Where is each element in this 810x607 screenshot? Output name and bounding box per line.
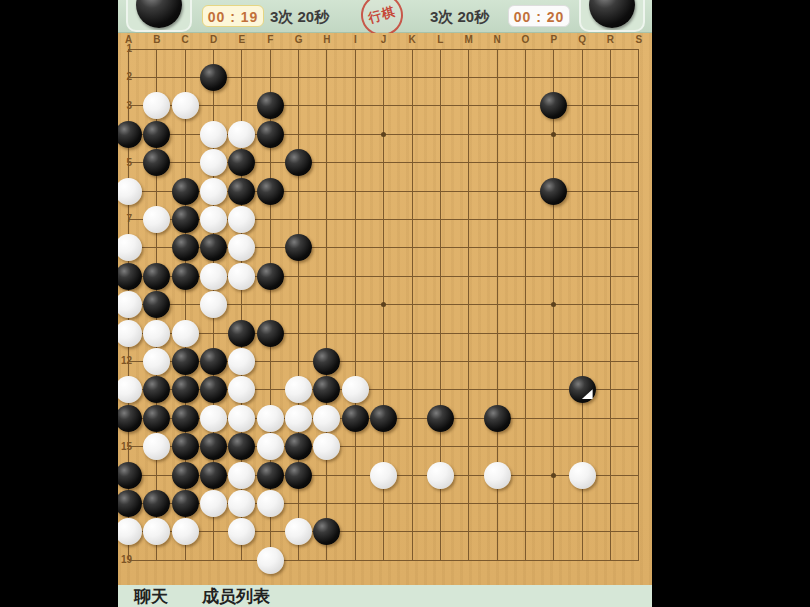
stone-black (200, 348, 227, 375)
stone-white (200, 490, 227, 517)
stone-black (285, 462, 312, 489)
column-label: C (176, 34, 194, 45)
column-label: N (488, 34, 506, 45)
row-label: 7 (119, 213, 132, 224)
stone-white (118, 518, 142, 545)
stone-black (427, 405, 454, 432)
stone-white (228, 376, 255, 403)
stone-white (313, 405, 340, 432)
left-player-avatar[interactable] (126, 0, 192, 32)
column-label: H (318, 34, 336, 45)
stone-black (285, 433, 312, 460)
stone-black (228, 178, 255, 205)
stone-white (143, 518, 170, 545)
stone-white (228, 234, 255, 261)
stone-black (257, 92, 284, 119)
go-board[interactable]: A1B2C3D4E5F6G7H8I9J10K11L12M13N14O15P16Q… (118, 33, 652, 585)
column-label: Q (573, 34, 591, 45)
row-label: 3 (119, 100, 132, 111)
stone-black (484, 405, 511, 432)
stone-black (172, 348, 199, 375)
stone-white (143, 433, 170, 460)
stone-white (285, 405, 312, 432)
stone-white (172, 320, 199, 347)
row-label: 2 (119, 71, 132, 82)
stone-white (118, 291, 142, 318)
column-label: M (460, 34, 478, 45)
stone-white (228, 518, 255, 545)
stone-white (228, 490, 255, 517)
stone-black (228, 149, 255, 176)
stone-black (200, 376, 227, 403)
column-label: O (516, 34, 534, 45)
column-label: B (148, 34, 166, 45)
stone-white (200, 206, 227, 233)
stone-black (118, 490, 142, 517)
grid-line-vertical (638, 49, 639, 560)
stone-white (257, 405, 284, 432)
stone-black (143, 291, 170, 318)
stone-white (257, 547, 284, 574)
stone-black (228, 433, 255, 460)
column-label: J (375, 34, 393, 45)
column-label: K (403, 34, 421, 45)
stone-white (172, 92, 199, 119)
stone-black (257, 320, 284, 347)
last-move-marker (582, 389, 593, 399)
stone-black (200, 234, 227, 261)
stone-black (228, 320, 255, 347)
stone-black (257, 263, 284, 290)
stone-black (257, 121, 284, 148)
stone-white (200, 291, 227, 318)
stone-white (143, 348, 170, 375)
row-label: 19 (119, 554, 132, 565)
grid-line-horizontal (129, 333, 639, 334)
row-label: 12 (119, 355, 132, 366)
bottom-tab-bar: 聊天 成员列表 (118, 585, 652, 607)
stone-black (172, 376, 199, 403)
stone-white (228, 121, 255, 148)
tab-chat[interactable]: 聊天 (134, 585, 168, 607)
column-label: S (630, 34, 648, 45)
grid-line-vertical (525, 49, 526, 560)
stone-black (118, 405, 142, 432)
stone-black (569, 376, 596, 403)
stone-white (342, 376, 369, 403)
stone-black (118, 121, 142, 148)
left-player-byoyomi: 3次 20秒 (270, 7, 329, 27)
column-label: E (233, 34, 251, 45)
row-label: 5 (119, 157, 132, 168)
stone-white (118, 178, 142, 205)
row-label: 1 (119, 43, 132, 54)
stone-white (484, 462, 511, 489)
stone-white (228, 348, 255, 375)
stone-black (257, 462, 284, 489)
stone-white (370, 462, 397, 489)
column-label: G (290, 34, 308, 45)
stone-black (172, 405, 199, 432)
grid-line-horizontal (129, 560, 639, 561)
stone-black (172, 433, 199, 460)
stone-white (569, 462, 596, 489)
left-player-stone-icon (136, 0, 182, 28)
column-label: F (261, 34, 279, 45)
stone-black (143, 376, 170, 403)
stone-black (200, 433, 227, 460)
stone-black (172, 178, 199, 205)
tab-member-list[interactable]: 成员列表 (202, 585, 270, 607)
stone-black (172, 462, 199, 489)
stone-white (285, 376, 312, 403)
stone-black (540, 178, 567, 205)
right-player-stone-icon (589, 0, 635, 28)
stone-white (228, 462, 255, 489)
stone-white (313, 433, 340, 460)
star-point (551, 132, 556, 137)
stone-black (143, 149, 170, 176)
right-player-avatar[interactable] (579, 0, 645, 32)
stone-white (228, 206, 255, 233)
stone-white (143, 320, 170, 347)
stone-black (172, 234, 199, 261)
stone-white (228, 263, 255, 290)
stone-white (285, 518, 312, 545)
stone-white (200, 121, 227, 148)
column-label: D (205, 34, 223, 45)
row-label: 15 (119, 441, 132, 452)
right-player-timer: 00 : 20 (508, 5, 570, 27)
stone-white (118, 376, 142, 403)
stone-black (143, 263, 170, 290)
stone-white (143, 92, 170, 119)
right-player-byoyomi: 3次 20秒 (430, 7, 489, 27)
grid-line-vertical (468, 49, 469, 560)
stone-white (200, 149, 227, 176)
stone-black (172, 490, 199, 517)
stone-white (200, 263, 227, 290)
stone-white (143, 206, 170, 233)
stone-black (143, 121, 170, 148)
stone-black (172, 263, 199, 290)
stone-white (200, 405, 227, 432)
column-label: R (601, 34, 619, 45)
stone-black (200, 462, 227, 489)
stone-black (540, 92, 567, 119)
game-header: 00 : 19 3次 20秒 行棋 3次 20秒 00 : 20 (118, 0, 652, 33)
stone-black (257, 178, 284, 205)
grid-line-vertical (412, 49, 413, 560)
stone-black (143, 490, 170, 517)
grid-line-vertical (610, 49, 611, 560)
stone-white (200, 178, 227, 205)
stone-black (285, 149, 312, 176)
star-point (551, 302, 556, 307)
stone-black (118, 462, 142, 489)
stone-white (172, 518, 199, 545)
star-point (381, 132, 386, 137)
column-label: I (346, 34, 364, 45)
stone-white (257, 490, 284, 517)
stone-black (285, 234, 312, 261)
stone-black (313, 348, 340, 375)
stone-black (313, 518, 340, 545)
column-label: L (431, 34, 449, 45)
stone-black (118, 263, 142, 290)
stone-black (342, 405, 369, 432)
stone-white (118, 320, 142, 347)
stone-black (172, 206, 199, 233)
star-point (551, 473, 556, 478)
stone-black (200, 64, 227, 91)
left-player-timer: 00 : 19 (202, 5, 264, 27)
column-label: P (545, 34, 563, 45)
stone-white (228, 405, 255, 432)
stone-black (370, 405, 397, 432)
stone-white (427, 462, 454, 489)
star-point (381, 302, 386, 307)
stone-black (313, 376, 340, 403)
stone-white (257, 433, 284, 460)
stone-white (118, 234, 142, 261)
grid-line-horizontal (129, 531, 639, 532)
stone-black (143, 405, 170, 432)
app-window: 00 : 19 3次 20秒 行棋 3次 20秒 00 : 20 A1B2C3D… (118, 0, 652, 607)
